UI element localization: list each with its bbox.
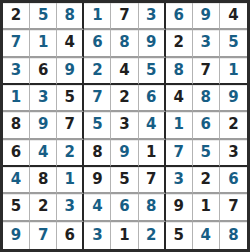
sudoku-cell[interactable]: 6 <box>111 194 138 221</box>
sudoku-cell[interactable]: 1 <box>3 85 30 112</box>
sudoku-cell[interactable]: 1 <box>84 3 111 30</box>
sudoku-cell[interactable]: 1 <box>30 30 57 57</box>
sudoku-cell[interactable]: 8 <box>220 222 247 249</box>
sudoku-cell[interactable]: 8 <box>139 194 166 221</box>
sudoku-cell[interactable]: 7 <box>3 30 30 57</box>
sudoku-cell[interactable]: 5 <box>220 30 247 57</box>
sudoku-cell[interactable]: 9 <box>220 85 247 112</box>
sudoku-cell[interactable]: 5 <box>3 194 30 221</box>
sudoku-cell[interactable]: 6 <box>57 222 84 249</box>
sudoku-cell[interactable]: 1 <box>193 194 220 221</box>
sudoku-cell[interactable]: 3 <box>111 112 138 139</box>
sudoku-cell[interactable]: 2 <box>57 140 84 167</box>
sudoku-cell[interactable]: 4 <box>84 194 111 221</box>
sudoku-cell[interactable]: 4 <box>193 222 220 249</box>
sudoku-cell[interactable]: 3 <box>220 140 247 167</box>
sudoku-cell[interactable]: 5 <box>139 58 166 85</box>
sudoku-cell[interactable]: 2 <box>111 85 138 112</box>
sudoku-cell[interactable]: 9 <box>193 3 220 30</box>
sudoku-cell[interactable]: 9 <box>30 112 57 139</box>
sudoku-cell[interactable]: 8 <box>193 85 220 112</box>
sudoku-cell[interactable]: 2 <box>139 222 166 249</box>
sudoku-cell[interactable]: 2 <box>84 58 111 85</box>
sudoku-cell[interactable]: 3 <box>166 167 193 194</box>
sudoku-cell[interactable]: 1 <box>57 167 84 194</box>
sudoku-cell[interactable]: 3 <box>57 194 84 221</box>
sudoku-cell[interactable]: 5 <box>193 140 220 167</box>
sudoku-cell[interactable]: 5 <box>84 112 111 139</box>
sudoku-cell[interactable]: 2 <box>3 3 30 30</box>
sudoku-cell[interactable]: 6 <box>84 30 111 57</box>
sudoku-cell[interactable]: 2 <box>193 167 220 194</box>
sudoku-cell[interactable]: 3 <box>30 85 57 112</box>
sudoku-cell[interactable]: 9 <box>139 30 166 57</box>
sudoku-cell[interactable]: 7 <box>166 140 193 167</box>
sudoku-cell[interactable]: 3 <box>139 3 166 30</box>
sudoku-cell[interactable]: 2 <box>220 112 247 139</box>
sudoku-cell[interactable]: 4 <box>220 3 247 30</box>
sudoku-cell[interactable]: 7 <box>57 112 84 139</box>
sudoku-cell[interactable]: 1 <box>139 140 166 167</box>
sudoku-cell[interactable]: 2 <box>30 194 57 221</box>
sudoku-cell[interactable]: 4 <box>30 140 57 167</box>
sudoku-cell[interactable]: 4 <box>166 85 193 112</box>
sudoku-cell[interactable]: 3 <box>3 58 30 85</box>
sudoku-cell[interactable]: 6 <box>3 140 30 167</box>
sudoku-cell[interactable]: 8 <box>166 58 193 85</box>
sudoku-cell[interactable]: 7 <box>111 3 138 30</box>
sudoku-cell[interactable]: 8 <box>3 112 30 139</box>
sudoku-cell[interactable]: 4 <box>139 112 166 139</box>
sudoku-cell[interactable]: 4 <box>3 167 30 194</box>
sudoku-board: 2581736947146892353692458711357264898975… <box>0 0 250 252</box>
sudoku-cell[interactable]: 1 <box>220 58 247 85</box>
sudoku-cell[interactable]: 9 <box>111 140 138 167</box>
sudoku-cell[interactable]: 6 <box>166 3 193 30</box>
sudoku-cell[interactable]: 7 <box>193 58 220 85</box>
sudoku-cell[interactable]: 7 <box>84 85 111 112</box>
sudoku-cell[interactable]: 5 <box>30 3 57 30</box>
sudoku-cell[interactable]: 4 <box>57 30 84 57</box>
sudoku-cell[interactable]: 5 <box>166 222 193 249</box>
sudoku-cell[interactable]: 9 <box>57 58 84 85</box>
sudoku-cell[interactable]: 4 <box>111 58 138 85</box>
sudoku-cell[interactable]: 8 <box>57 3 84 30</box>
sudoku-cell[interactable]: 3 <box>84 222 111 249</box>
sudoku-cell[interactable]: 7 <box>139 167 166 194</box>
sudoku-cell[interactable]: 2 <box>166 30 193 57</box>
sudoku-cell[interactable]: 6 <box>30 58 57 85</box>
sudoku-cell[interactable]: 9 <box>84 167 111 194</box>
sudoku-cell[interactable]: 7 <box>30 222 57 249</box>
sudoku-cell[interactable]: 1 <box>166 112 193 139</box>
sudoku-cell[interactable]: 6 <box>220 167 247 194</box>
sudoku-cell[interactable]: 3 <box>193 30 220 57</box>
sudoku-cell[interactable]: 8 <box>30 167 57 194</box>
sudoku-cell[interactable]: 1 <box>111 222 138 249</box>
sudoku-cell[interactable]: 6 <box>193 112 220 139</box>
sudoku-cell[interactable]: 6 <box>139 85 166 112</box>
sudoku-cell[interactable]: 5 <box>111 167 138 194</box>
sudoku-cell[interactable]: 8 <box>111 30 138 57</box>
sudoku-cell[interactable]: 7 <box>220 194 247 221</box>
sudoku-cell[interactable]: 9 <box>166 194 193 221</box>
sudoku-cell[interactable]: 9 <box>3 222 30 249</box>
sudoku-cell[interactable]: 8 <box>84 140 111 167</box>
sudoku-cell[interactable]: 5 <box>57 85 84 112</box>
